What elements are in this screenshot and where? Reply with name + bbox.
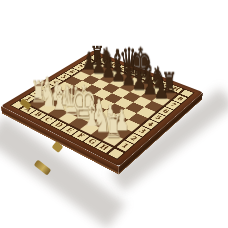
piece-white-king: ♚ — [71, 79, 80, 126]
piece-white-knight: ♞ — [93, 104, 102, 137]
piece-black-pawn: ♟ — [143, 72, 151, 98]
piece-black-pawn: ♟ — [122, 64, 130, 90]
piece-white-rook: ♜ — [30, 77, 38, 106]
piece-black-pawn: ♟ — [92, 52, 100, 77]
piece-white-bishop: ♝ — [50, 82, 59, 116]
piece-black-pawn: ♟ — [111, 60, 119, 85]
piece-white-knight: ♞ — [40, 80, 48, 111]
piece-black-pawn: ♟ — [132, 68, 140, 94]
chess-set-photo: ABCDEFGH ABCDEFGH 87654321 87654321 ♜♞♝♛… — [0, 0, 228, 228]
piece-black-pawn: ♟ — [101, 56, 109, 81]
piece-white-rook: ♜ — [105, 110, 114, 142]
piece-white-queen: ♛ — [60, 80, 69, 121]
piece-black-pawn: ♟ — [82, 49, 90, 73]
piece-white-bishop: ♝ — [82, 96, 91, 131]
piece-black-pawn: ♟ — [154, 76, 162, 103]
